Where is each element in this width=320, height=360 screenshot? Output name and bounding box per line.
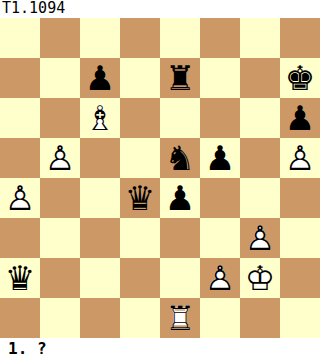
square-e2[interactable] bbox=[160, 258, 200, 298]
square-e4[interactable]: ♟ bbox=[160, 178, 200, 218]
square-c2[interactable] bbox=[80, 258, 120, 298]
square-e8[interactable] bbox=[160, 18, 200, 58]
square-f4[interactable] bbox=[200, 178, 240, 218]
square-c7[interactable]: ♟ bbox=[80, 58, 120, 98]
square-d5[interactable] bbox=[120, 138, 160, 178]
square-h1[interactable] bbox=[280, 298, 320, 338]
square-d3[interactable] bbox=[120, 218, 160, 258]
move-prompt: 1. ? bbox=[0, 338, 320, 360]
square-d8[interactable] bbox=[120, 18, 160, 58]
black-knight: ♞ bbox=[165, 138, 195, 178]
square-g7[interactable] bbox=[240, 58, 280, 98]
square-f5[interactable]: ♟ bbox=[200, 138, 240, 178]
square-a5[interactable] bbox=[0, 138, 40, 178]
white-pawn: ♙ bbox=[245, 218, 275, 258]
square-f3[interactable] bbox=[200, 218, 240, 258]
square-c1[interactable] bbox=[80, 298, 120, 338]
square-e3[interactable] bbox=[160, 218, 200, 258]
square-a6[interactable] bbox=[0, 98, 40, 138]
black-king: ♚ bbox=[285, 58, 315, 98]
square-f1[interactable] bbox=[200, 298, 240, 338]
square-e7[interactable]: ♜ bbox=[160, 58, 200, 98]
square-a3[interactable] bbox=[0, 218, 40, 258]
square-b6[interactable] bbox=[40, 98, 80, 138]
white-pawn: ♙ bbox=[285, 138, 315, 178]
white-pawn: ♙ bbox=[5, 178, 35, 218]
square-c8[interactable] bbox=[80, 18, 120, 58]
square-d2[interactable] bbox=[120, 258, 160, 298]
square-a8[interactable] bbox=[0, 18, 40, 58]
square-c4[interactable] bbox=[80, 178, 120, 218]
square-b4[interactable] bbox=[40, 178, 80, 218]
square-f8[interactable] bbox=[200, 18, 240, 58]
square-f7[interactable] bbox=[200, 58, 240, 98]
square-g4[interactable] bbox=[240, 178, 280, 218]
white-king: ♔ bbox=[245, 258, 275, 298]
square-h3[interactable] bbox=[280, 218, 320, 258]
square-f2[interactable]: ♙ bbox=[200, 258, 240, 298]
chess-board: ♟♜♚♗♟♙♞♟♙♙♛♟♙♛♙♔♖ bbox=[0, 18, 320, 338]
square-c5[interactable] bbox=[80, 138, 120, 178]
square-g2[interactable]: ♔ bbox=[240, 258, 280, 298]
square-b2[interactable] bbox=[40, 258, 80, 298]
square-d7[interactable] bbox=[120, 58, 160, 98]
square-g5[interactable] bbox=[240, 138, 280, 178]
square-b8[interactable] bbox=[40, 18, 80, 58]
square-h5[interactable]: ♙ bbox=[280, 138, 320, 178]
square-d1[interactable] bbox=[120, 298, 160, 338]
square-h7[interactable]: ♚ bbox=[280, 58, 320, 98]
square-h6[interactable]: ♟ bbox=[280, 98, 320, 138]
white-bishop: ♗ bbox=[85, 98, 115, 138]
square-b5[interactable]: ♙ bbox=[40, 138, 80, 178]
white-pawn: ♙ bbox=[45, 138, 75, 178]
square-c3[interactable] bbox=[80, 218, 120, 258]
square-g6[interactable] bbox=[240, 98, 280, 138]
square-e1[interactable]: ♖ bbox=[160, 298, 200, 338]
square-h2[interactable] bbox=[280, 258, 320, 298]
square-e5[interactable]: ♞ bbox=[160, 138, 200, 178]
square-a1[interactable] bbox=[0, 298, 40, 338]
square-g8[interactable] bbox=[240, 18, 280, 58]
black-pawn: ♟ bbox=[165, 178, 195, 218]
square-f6[interactable] bbox=[200, 98, 240, 138]
square-a4[interactable]: ♙ bbox=[0, 178, 40, 218]
square-a2[interactable]: ♛ bbox=[0, 258, 40, 298]
square-b3[interactable] bbox=[40, 218, 80, 258]
square-d6[interactable] bbox=[120, 98, 160, 138]
puzzle-id: T1.1094 bbox=[0, 0, 320, 18]
square-e6[interactable] bbox=[160, 98, 200, 138]
square-b1[interactable] bbox=[40, 298, 80, 338]
black-pawn: ♟ bbox=[285, 98, 315, 138]
puzzle-page: T1.1094 ♟♜♚♗♟♙♞♟♙♙♛♟♙♛♙♔♖ 1. ? bbox=[0, 0, 320, 360]
black-pawn: ♟ bbox=[85, 58, 115, 98]
black-queen: ♛ bbox=[125, 178, 155, 218]
square-g1[interactable] bbox=[240, 298, 280, 338]
square-g3[interactable]: ♙ bbox=[240, 218, 280, 258]
square-h4[interactable] bbox=[280, 178, 320, 218]
square-b7[interactable] bbox=[40, 58, 80, 98]
white-rook: ♖ bbox=[165, 298, 195, 338]
black-pawn: ♟ bbox=[205, 138, 235, 178]
black-queen: ♛ bbox=[5, 258, 35, 298]
square-d4[interactable]: ♛ bbox=[120, 178, 160, 218]
square-a7[interactable] bbox=[0, 58, 40, 98]
square-h8[interactable] bbox=[280, 18, 320, 58]
black-rook: ♜ bbox=[165, 58, 195, 98]
white-pawn: ♙ bbox=[205, 258, 235, 298]
square-c6[interactable]: ♗ bbox=[80, 98, 120, 138]
